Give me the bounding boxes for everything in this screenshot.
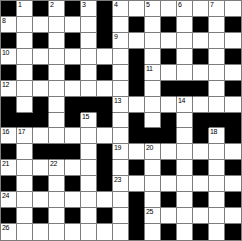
grid-cell-white[interactable] xyxy=(209,144,225,160)
grid-cell-white[interactable] xyxy=(193,144,209,160)
grid-cell-white[interactable] xyxy=(65,224,81,240)
grid-cell-white[interactable] xyxy=(161,144,177,160)
clue-number: 19 xyxy=(114,144,121,152)
grid-cell-white[interactable] xyxy=(81,192,97,208)
grid-cell-white[interactable]: 19 xyxy=(113,144,129,160)
clue-number: 9 xyxy=(114,33,118,41)
clue-number: 25 xyxy=(146,208,153,216)
grid-cell-black xyxy=(161,81,177,97)
grid-cell-white[interactable] xyxy=(145,97,161,113)
grid-cell-white[interactable] xyxy=(65,81,81,97)
grid-cell-white[interactable]: 5 xyxy=(145,1,161,17)
grid-cell-white[interactable] xyxy=(81,33,97,49)
grid-cell-black xyxy=(129,208,145,224)
grid-cell-white[interactable] xyxy=(97,192,113,208)
grid-cell-black xyxy=(97,33,113,49)
clue-number: 3 xyxy=(82,1,86,9)
grid-cell-white[interactable] xyxy=(113,192,129,208)
grid-cell-white[interactable] xyxy=(81,144,97,160)
grid-cell-white[interactable] xyxy=(193,33,209,49)
grid-cell-white[interactable] xyxy=(177,17,193,33)
grid-cell-white[interactable] xyxy=(145,176,161,192)
grid-cell-white[interactable] xyxy=(81,160,97,176)
grid-cell-black xyxy=(209,113,225,129)
grid-cell-white[interactable] xyxy=(33,128,49,144)
clue-number: 15 xyxy=(82,113,89,121)
grid-cell-white[interactable] xyxy=(225,208,241,224)
grid-cell-white[interactable] xyxy=(33,224,49,240)
grid-cell-black xyxy=(1,1,17,17)
grid-cell-black xyxy=(225,17,241,33)
grid-cell-white[interactable] xyxy=(81,224,97,240)
grid-cell-white[interactable] xyxy=(113,208,129,224)
grid-cell-black xyxy=(65,113,81,129)
clue-number: 1 xyxy=(18,1,22,9)
grid-cell-black xyxy=(129,65,145,81)
clue-number: 6 xyxy=(178,1,182,9)
grid-cell-white[interactable]: 18 xyxy=(209,128,225,144)
grid-cell-white[interactable] xyxy=(81,81,97,97)
grid-cell-black xyxy=(1,208,17,224)
grid-cell-white[interactable]: 14 xyxy=(177,97,193,113)
clue-number: 20 xyxy=(146,144,153,152)
grid-cell-white[interactable] xyxy=(145,192,161,208)
grid-cell-black xyxy=(49,144,65,160)
grid-cell-black xyxy=(161,160,177,176)
grid-cell-white[interactable] xyxy=(177,160,193,176)
grid-cell-white[interactable]: 4 xyxy=(113,1,129,17)
grid-cell-white[interactable] xyxy=(113,49,129,65)
clue-number: 7 xyxy=(210,1,214,9)
grid-cell-white[interactable] xyxy=(145,81,161,97)
grid-cell-white[interactable] xyxy=(177,224,193,240)
clue-number: 23 xyxy=(114,176,121,184)
grid-cell-black xyxy=(33,176,49,192)
grid-cell-white[interactable] xyxy=(33,17,49,33)
clue-number: 22 xyxy=(50,160,57,168)
clue-number: 12 xyxy=(2,81,9,89)
grid-cell-white[interactable] xyxy=(17,160,33,176)
grid-cell-black xyxy=(97,144,113,160)
grid-cell-white[interactable] xyxy=(145,224,161,240)
clue-number: 16 xyxy=(2,128,9,136)
grid-cell-white[interactable] xyxy=(225,65,241,81)
grid-cell-black xyxy=(1,65,17,81)
grid-cell-black xyxy=(65,33,81,49)
grid-cell-white[interactable] xyxy=(209,49,225,65)
grid-cell-black xyxy=(193,81,209,97)
grid-cell-black xyxy=(97,160,113,176)
grid-cell-white[interactable] xyxy=(177,208,193,224)
grid-cell-white[interactable] xyxy=(49,49,65,65)
grid-cell-black xyxy=(193,113,209,129)
grid-cell-white[interactable] xyxy=(17,224,33,240)
grid-cell-black xyxy=(129,49,145,65)
grid-cell-white[interactable] xyxy=(65,160,81,176)
clue-number: 13 xyxy=(114,97,121,105)
grid-cell-white[interactable] xyxy=(209,208,225,224)
grid-cell-white[interactable] xyxy=(177,49,193,65)
grid-cell-white[interactable] xyxy=(65,17,81,33)
grid-cell-white[interactable] xyxy=(49,81,65,97)
grid-cell-black xyxy=(33,208,49,224)
grid-cell-white[interactable] xyxy=(33,192,49,208)
clue-number: 11 xyxy=(146,65,153,73)
grid-cell-black xyxy=(225,49,241,65)
grid-cell-white[interactable]: 3 xyxy=(81,1,97,17)
grid-cell-white[interactable]: 11 xyxy=(145,65,161,81)
grid-cell-white[interactable] xyxy=(49,65,65,81)
grid-cell-white[interactable] xyxy=(49,97,65,113)
grid-cell-white[interactable]: 23 xyxy=(113,176,129,192)
grid-cell-white[interactable] xyxy=(65,128,81,144)
grid-cell-white[interactable] xyxy=(113,160,129,176)
grid-cell-white[interactable] xyxy=(113,81,129,97)
grid-cell-white[interactable] xyxy=(113,224,129,240)
grid-cell-white[interactable] xyxy=(225,176,241,192)
grid-cell-white[interactable] xyxy=(17,49,33,65)
grid-cell-white[interactable]: 21 xyxy=(1,160,17,176)
grid-cell-white[interactable] xyxy=(113,17,129,33)
grid-cell-white[interactable] xyxy=(129,144,145,160)
grid-cell-white[interactable] xyxy=(81,17,97,33)
grid-cell-black xyxy=(161,113,177,129)
grid-cell-white[interactable]: 26 xyxy=(1,224,17,240)
grid-cell-white[interactable] xyxy=(65,49,81,65)
grid-cell-white[interactable] xyxy=(209,33,225,49)
grid-cell-white[interactable] xyxy=(193,65,209,81)
grid-cell-black xyxy=(193,49,209,65)
grid-cell-black xyxy=(225,113,241,129)
grid-cell-black xyxy=(1,176,17,192)
clue-number: 4 xyxy=(114,1,118,9)
grid-cell-white[interactable] xyxy=(49,128,65,144)
grid-cell-white[interactable]: 13 xyxy=(113,97,129,113)
grid-cell-black xyxy=(161,17,177,33)
grid-cell-black xyxy=(161,49,177,65)
grid-cell-white[interactable] xyxy=(177,128,193,144)
grid-cell-white[interactable] xyxy=(17,208,33,224)
grid-cell-white[interactable] xyxy=(161,65,177,81)
grid-cell-white[interactable] xyxy=(161,97,177,113)
grid-cell-white[interactable] xyxy=(209,17,225,33)
grid-cell-white[interactable] xyxy=(97,128,113,144)
clue-number: 14 xyxy=(178,97,185,105)
grid-cell-white[interactable] xyxy=(49,17,65,33)
grid-cell-white[interactable] xyxy=(161,176,177,192)
grid-cell-black xyxy=(65,97,81,113)
grid-cell-white[interactable] xyxy=(97,49,113,65)
grid-cell-white[interactable] xyxy=(33,160,49,176)
grid-cell-black xyxy=(1,33,17,49)
grid-cell-white[interactable] xyxy=(145,49,161,65)
clue-number: 5 xyxy=(146,1,150,9)
grid-cell-white[interactable] xyxy=(17,144,33,160)
grid-cell-white[interactable]: 16 xyxy=(1,128,17,144)
grid-cell-white[interactable] xyxy=(49,208,65,224)
grid-cell-black xyxy=(97,17,113,33)
grid-cell-black xyxy=(65,144,81,160)
grid-cell-white[interactable] xyxy=(129,1,145,17)
grid-cell-white[interactable] xyxy=(81,128,97,144)
grid-cell-white[interactable] xyxy=(129,176,145,192)
grid-cell-white[interactable] xyxy=(17,17,33,33)
clue-number: 26 xyxy=(2,224,9,232)
grid-cell-white[interactable] xyxy=(193,176,209,192)
grid-cell-white[interactable]: 22 xyxy=(49,160,65,176)
grid-cell-white[interactable]: 1 xyxy=(17,1,33,17)
grid-cell-white[interactable] xyxy=(193,1,209,17)
grid-cell-black xyxy=(1,97,17,113)
clue-number: 24 xyxy=(2,192,9,200)
grid-cell-white[interactable] xyxy=(209,176,225,192)
grid-cell-white[interactable]: 17 xyxy=(17,128,33,144)
grid-cell-white[interactable] xyxy=(129,33,145,49)
grid-cell-black xyxy=(65,65,81,81)
grid-cell-white[interactable]: 2 xyxy=(49,1,65,17)
grid-cell-black xyxy=(177,81,193,97)
grid-cell-white[interactable] xyxy=(97,81,113,97)
grid-cell-black xyxy=(129,192,145,208)
grid-cell-black xyxy=(65,176,81,192)
grid-cell-white[interactable] xyxy=(161,33,177,49)
grid-cell-white[interactable] xyxy=(49,176,65,192)
grid-cell-white[interactable] xyxy=(17,33,33,49)
grid-cell-black xyxy=(193,224,209,240)
grid-cell-white[interactable] xyxy=(81,65,97,81)
grid-cell-black xyxy=(161,128,177,144)
grid-cell-black xyxy=(193,160,209,176)
grid-cell-white[interactable]: 9 xyxy=(113,33,129,49)
grid-cell-white[interactable] xyxy=(97,224,113,240)
clue-number: 8 xyxy=(2,17,6,25)
grid-cell-black xyxy=(17,113,33,129)
grid-cell-white[interactable] xyxy=(161,208,177,224)
grid-cell-black xyxy=(1,113,17,129)
grid-cell-white[interactable]: 12 xyxy=(1,81,17,97)
grid-cell-white[interactable] xyxy=(209,81,225,97)
grid-cell-white[interactable]: 7 xyxy=(209,1,225,17)
grid-cell-black xyxy=(129,224,145,240)
grid-cell-white[interactable] xyxy=(17,65,33,81)
grid-cell-white[interactable]: 10 xyxy=(1,49,17,65)
grid-cell-black xyxy=(1,144,17,160)
grid-cell-black xyxy=(225,81,241,97)
grid-cell-white[interactable] xyxy=(177,144,193,160)
grid-cell-black xyxy=(225,192,241,208)
grid-cell-black xyxy=(97,113,113,129)
grid-cell-white[interactable] xyxy=(209,97,225,113)
grid-cell-white[interactable] xyxy=(145,113,161,129)
grid-cell-white[interactable] xyxy=(81,176,97,192)
grid-cell-black xyxy=(129,160,145,176)
grid-cell-white[interactable] xyxy=(113,65,129,81)
grid-cell-white[interactable] xyxy=(113,128,129,144)
grid-cell-white[interactable] xyxy=(209,160,225,176)
grid-cell-white[interactable]: 20 xyxy=(145,144,161,160)
clue-number: 18 xyxy=(210,128,217,136)
grid-cell-white[interactable] xyxy=(33,81,49,97)
grid-cell-white[interactable] xyxy=(209,65,225,81)
grid-cell-black xyxy=(193,17,209,33)
grid-cell-white[interactable] xyxy=(33,49,49,65)
grid-cell-white[interactable]: 25 xyxy=(145,208,161,224)
grid-cell-black xyxy=(33,144,49,160)
grid-cell-white[interactable] xyxy=(17,192,33,208)
grid-cell-black xyxy=(97,176,113,192)
grid-cell-white[interactable] xyxy=(145,33,161,49)
grid-cell-white[interactable] xyxy=(145,160,161,176)
grid-cell-white[interactable] xyxy=(177,192,193,208)
grid-cell-black xyxy=(193,128,209,144)
grid-cell-black xyxy=(33,65,49,81)
grid-cell-black xyxy=(129,113,145,129)
grid-cell-white[interactable] xyxy=(129,97,145,113)
grid-cell-white[interactable] xyxy=(225,97,241,113)
grid-cell-black xyxy=(33,1,49,17)
grid-cell-white[interactable] xyxy=(145,17,161,33)
grid-cell-black xyxy=(33,113,49,129)
grid-cell-white[interactable] xyxy=(225,144,241,160)
grid-cell-black xyxy=(65,1,81,17)
grid-cell-black xyxy=(33,97,49,113)
grid-cell-black xyxy=(129,17,145,33)
grid-cell-white[interactable] xyxy=(81,49,97,65)
clue-number: 10 xyxy=(2,49,9,57)
grid-cell-black xyxy=(81,97,97,113)
grid-cell-white[interactable]: 24 xyxy=(1,192,17,208)
grid-cell-black xyxy=(161,192,177,208)
grid-cell-white[interactable] xyxy=(177,65,193,81)
grid-cell-white[interactable] xyxy=(17,97,33,113)
grid-cell-white[interactable] xyxy=(17,176,33,192)
grid-cell-black xyxy=(33,33,49,49)
grid-cell-black xyxy=(65,208,81,224)
grid-cell-white[interactable] xyxy=(209,192,225,208)
grid-cell-white[interactable] xyxy=(49,192,65,208)
grid-cell-white[interactable] xyxy=(65,192,81,208)
grid-cell-white[interactable] xyxy=(209,224,225,240)
clue-number: 2 xyxy=(50,1,54,9)
grid-cell-black xyxy=(225,160,241,176)
grid-cell-white[interactable] xyxy=(177,176,193,192)
grid-cell-black xyxy=(225,128,241,144)
grid-cell-white[interactable] xyxy=(49,224,65,240)
grid-cell-white[interactable] xyxy=(177,33,193,49)
grid-cell-white[interactable] xyxy=(193,97,209,113)
grid-cell-white[interactable] xyxy=(161,1,177,17)
grid-cell-black xyxy=(161,224,177,240)
grid-cell-white[interactable] xyxy=(193,208,209,224)
grid-cell-black xyxy=(225,224,241,240)
grid-cell-white[interactable] xyxy=(81,208,97,224)
grid-cell-black xyxy=(97,1,113,17)
clue-number: 21 xyxy=(2,160,9,168)
grid-cell-white[interactable] xyxy=(113,113,129,129)
grid-cell-white[interactable] xyxy=(49,113,65,129)
grid-cell-black xyxy=(193,192,209,208)
grid-cell-white[interactable]: 6 xyxy=(177,1,193,17)
grid-cell-white[interactable] xyxy=(49,33,65,49)
grid-cell-black xyxy=(97,97,113,113)
grid-cell-white[interactable] xyxy=(17,81,33,97)
clue-number: 17 xyxy=(18,128,25,136)
grid-cell-black xyxy=(129,81,145,97)
grid-cell-black xyxy=(145,128,161,144)
crossword-board: 1234567891011121314151617181920212223242… xyxy=(0,0,242,241)
grid-cell-black xyxy=(97,65,113,81)
grid-cell-white[interactable] xyxy=(177,113,193,129)
grid-cell-black xyxy=(97,208,113,224)
grid-cell-white[interactable] xyxy=(225,1,241,17)
grid-cell-black xyxy=(129,128,145,144)
grid-cell-white[interactable]: 8 xyxy=(1,17,17,33)
grid-cell-white[interactable]: 15 xyxy=(81,113,97,129)
grid-cell-white[interactable] xyxy=(225,33,241,49)
